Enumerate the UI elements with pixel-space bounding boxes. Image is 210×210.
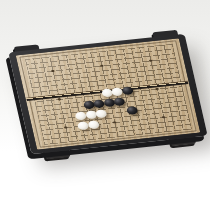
star-point (162, 116, 165, 118)
white-stone (95, 109, 107, 118)
go-board (16, 38, 201, 149)
black-stone (126, 106, 138, 115)
star-point (149, 60, 152, 62)
black-stone (121, 86, 133, 95)
white-stone (87, 120, 99, 129)
star-point (100, 65, 103, 67)
star-point (64, 126, 67, 128)
star-point (57, 98, 60, 100)
star-point (51, 70, 54, 72)
star-point (113, 121, 116, 123)
black-stone (113, 97, 125, 106)
product-photo-background (0, 0, 210, 210)
board-surface (16, 38, 201, 149)
star-point (155, 88, 158, 90)
